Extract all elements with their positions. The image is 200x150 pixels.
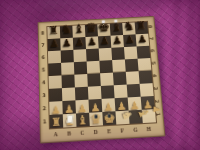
finial-glint <box>114 20 117 22</box>
square-d4[interactable] <box>87 73 101 86</box>
square-g3[interactable] <box>127 84 141 98</box>
square-b2[interactable]: ♟ <box>62 100 76 114</box>
square-g5[interactable] <box>125 59 139 72</box>
piece-e8[interactable]: ♚ <box>97 21 110 34</box>
fabric-fold <box>40 0 161 14</box>
square-b1[interactable]: ♞ <box>63 113 77 127</box>
square-b4[interactable] <box>61 75 74 88</box>
square-a1[interactable]: ♜ <box>50 114 64 128</box>
square-b6[interactable] <box>61 50 74 63</box>
photo-scene: 87654321 87654321 ♜♞♝♛♚♝♞♜♟♟♟♟♟♟♟♟♟♟♟♟♟♟… <box>0 0 200 150</box>
chess-board: 87654321 87654321 ♜♞♝♛♚♝♞♜♟♟♟♟♟♟♟♟♟♟♟♟♟♟… <box>38 16 166 144</box>
piece-b2[interactable]: ♟ <box>62 100 76 114</box>
file-label-g: G <box>128 122 142 136</box>
square-c4[interactable] <box>74 74 87 87</box>
square-c2[interactable]: ♟ <box>75 100 89 114</box>
piece-d7[interactable]: ♟ <box>85 34 98 47</box>
square-a7[interactable]: ♟ <box>48 38 61 51</box>
square-c7[interactable]: ♟ <box>73 37 86 50</box>
file-label-h: H <box>142 121 156 135</box>
piece-h7[interactable]: ♟ <box>135 32 149 45</box>
square-f3[interactable] <box>114 85 128 99</box>
square-d1[interactable]: ♛ <box>89 112 103 126</box>
square-b3[interactable] <box>62 87 76 101</box>
square-b7[interactable]: ♟ <box>60 38 73 51</box>
piece-b8[interactable]: ♞ <box>60 23 73 36</box>
square-a3[interactable] <box>49 88 62 102</box>
piece-b7[interactable]: ♟ <box>60 36 73 49</box>
dark-finial <box>94 114 98 118</box>
square-f5[interactable] <box>112 59 126 72</box>
square-e7[interactable]: ♟ <box>98 36 111 49</box>
square-h7[interactable]: ♟ <box>136 34 150 47</box>
square-h4[interactable] <box>139 70 153 83</box>
square-f6[interactable] <box>111 47 125 60</box>
square-h6[interactable] <box>137 46 151 59</box>
piece-c7[interactable]: ♟ <box>73 35 86 48</box>
square-g6[interactable] <box>124 46 138 59</box>
square-d3[interactable] <box>88 86 102 100</box>
piece-c1[interactable]: ♝ <box>76 113 90 127</box>
square-e3[interactable] <box>101 85 115 99</box>
price-sticker <box>67 115 74 123</box>
square-h5[interactable] <box>138 58 152 71</box>
square-c5[interactable] <box>74 61 87 74</box>
square-d5[interactable] <box>87 61 100 74</box>
finial-glint <box>102 20 105 22</box>
square-f4[interactable] <box>113 72 127 85</box>
square-e5[interactable] <box>99 60 113 73</box>
square-b5[interactable] <box>61 62 74 75</box>
piece-f8[interactable]: ♝ <box>110 20 123 33</box>
square-e1[interactable]: ♚ <box>102 111 116 125</box>
square-g4[interactable] <box>126 71 140 84</box>
square-h3[interactable] <box>140 83 154 97</box>
square-c1[interactable]: ♝ <box>76 113 90 127</box>
loose-white-pawn-piece[interactable]: ♟ <box>151 105 160 113</box>
square-e6[interactable] <box>99 48 112 61</box>
square-a6[interactable] <box>48 51 61 64</box>
piece-c2[interactable]: ♟ <box>75 100 89 114</box>
square-g7[interactable]: ♟ <box>123 34 137 47</box>
square-c3[interactable] <box>75 87 89 101</box>
file-label-f: F <box>115 123 129 137</box>
piece-a2[interactable]: ♟ <box>49 101 63 115</box>
square-d6[interactable] <box>86 48 99 61</box>
square-a2[interactable]: ♟ <box>49 101 63 115</box>
piece-f7[interactable]: ♟ <box>110 33 123 46</box>
piece-h8[interactable]: ♜ <box>134 19 147 32</box>
square-c6[interactable] <box>73 49 86 62</box>
piece-d8[interactable]: ♛ <box>85 22 98 35</box>
piece-g7[interactable]: ♟ <box>123 32 136 45</box>
piece-e7[interactable]: ♟ <box>98 34 111 47</box>
square-a4[interactable] <box>49 75 62 88</box>
piece-a8[interactable]: ♜ <box>47 24 60 37</box>
square-e4[interactable] <box>100 73 114 86</box>
piece-a7[interactable]: ♟ <box>48 37 61 50</box>
dark-finial <box>107 114 111 118</box>
square-a5[interactable] <box>48 63 61 76</box>
piece-a1[interactable]: ♜ <box>50 114 64 128</box>
piece-g8[interactable]: ♞ <box>122 20 135 33</box>
square-d7[interactable]: ♟ <box>85 36 98 49</box>
piece-c8[interactable]: ♝ <box>72 22 85 35</box>
square-f7[interactable]: ♟ <box>111 35 124 48</box>
